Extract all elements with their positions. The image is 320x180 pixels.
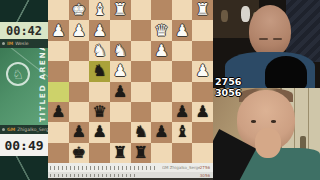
board-square[interactable] [172, 82, 193, 102]
white-pawn: ♟ [113, 63, 127, 79]
black-player-title: GM [7, 127, 15, 132]
board-square[interactable]: ♜ [110, 0, 131, 20]
tournament-title: TITLED ARENA [38, 52, 47, 122]
board-square[interactable] [48, 61, 69, 81]
board-square[interactable] [131, 20, 152, 40]
white-pawn: ♟ [92, 23, 106, 39]
board-square[interactable] [172, 61, 193, 81]
stream-frame: 00:42 IM Wesle ♘ TITLED ARENA GM Zhigalk… [0, 0, 320, 180]
black-rook: ♜ [134, 145, 148, 161]
board-square[interactable]: ♟ [151, 41, 172, 61]
board-square[interactable] [69, 61, 90, 81]
board-square[interactable] [48, 143, 69, 163]
board-square[interactable]: ♟ [192, 61, 213, 81]
board-square[interactable]: ♟ [89, 20, 110, 40]
result-ticks [50, 166, 158, 170]
shelf-figurine [221, 10, 228, 22]
black-pawn: ♟ [92, 124, 106, 140]
black-player-strip: GM Zhigalko_Serge [0, 125, 48, 134]
board-square[interactable]: ♟ [69, 122, 90, 142]
board-square[interactable]: ♟ [192, 102, 213, 122]
board-square[interactable]: ♜ [192, 0, 213, 20]
bottom-webcam [213, 88, 320, 180]
white-knight: ♞ [92, 43, 106, 59]
board-square[interactable]: ♟ [48, 20, 69, 40]
black-pawn: ♟ [154, 124, 168, 140]
board-square[interactable]: ♜ [131, 143, 152, 163]
status-dot-icon [2, 128, 5, 131]
board-square[interactable] [69, 102, 90, 122]
white-pawn: ♟ [196, 63, 210, 79]
board-square[interactable] [192, 82, 213, 102]
tournament-panel: 00:42 IM Wesle ♘ TITLED ARENA GM Zhigalk… [0, 0, 48, 180]
board-square[interactable]: ♛ [151, 20, 172, 40]
board-square[interactable] [192, 122, 213, 142]
black-pawn: ♟ [113, 84, 127, 100]
streamer-hand [255, 128, 281, 158]
black-king: ♚ [72, 145, 86, 161]
webcam-column: 2756 3056 [213, 0, 320, 180]
score-row-label: GM Zhigalko_Sergei [162, 165, 200, 170]
score-strip: GM Zhigalko_Sergei 2756 3056 [48, 163, 213, 180]
board-square[interactable] [151, 0, 172, 20]
board-square[interactable]: ♟ [110, 82, 131, 102]
board-square[interactable]: ♟ [69, 20, 90, 40]
white-pawn: ♟ [51, 23, 65, 39]
board-square[interactable] [131, 41, 152, 61]
white-bishop: ♝ [92, 2, 106, 18]
board-square[interactable] [110, 122, 131, 142]
board-square[interactable] [192, 41, 213, 61]
panel-decoration-bottom [0, 156, 48, 180]
black-pawn: ♟ [175, 104, 189, 120]
score-row: 3056 [48, 172, 213, 178]
black-bishop: ♝ [175, 124, 189, 140]
board-square[interactable] [69, 82, 90, 102]
eye [251, 120, 256, 123]
score-row-value: 3056 [200, 173, 210, 178]
board-square[interactable]: ♟ [172, 20, 193, 40]
board-square[interactable] [89, 143, 110, 163]
white-pawn: ♟ [175, 23, 189, 39]
score-row-value: 2756 [200, 165, 210, 170]
board-square[interactable] [110, 102, 131, 122]
board-square[interactable]: ♝ [89, 0, 110, 20]
eye [271, 120, 276, 123]
panel-decoration-top [0, 0, 48, 22]
board-square[interactable] [131, 61, 152, 81]
board-square[interactable] [89, 82, 110, 102]
black-player-name: Zhigalko_Serge [17, 127, 48, 132]
white-player-name: Wesle [15, 41, 28, 46]
white-knight: ♞ [113, 43, 127, 59]
eyebrow [273, 38, 282, 40]
board-square[interactable] [131, 0, 152, 20]
white-pawn: ♟ [72, 23, 86, 39]
board-square[interactable] [172, 41, 193, 61]
knight-logo-icon: ♘ [6, 62, 30, 86]
eyebrow [259, 38, 268, 40]
white-player-title: IM [7, 41, 13, 46]
board-square[interactable] [151, 102, 172, 122]
white-rook: ♜ [196, 2, 210, 18]
black-clock: 00:49 [0, 134, 48, 156]
board-square[interactable]: ♟ [172, 102, 193, 122]
board-square[interactable]: ♞ [89, 41, 110, 61]
board-square[interactable]: ♝ [172, 122, 193, 142]
board-square[interactable]: ♟ [48, 102, 69, 122]
black-pawn: ♟ [51, 104, 65, 120]
board-square[interactable]: ♜ [110, 143, 131, 163]
black-rook: ♜ [113, 145, 127, 161]
board-square[interactable] [172, 143, 193, 163]
board-square[interactable]: ♚ [69, 0, 90, 20]
white-pawn: ♟ [154, 43, 168, 59]
board-square[interactable] [69, 41, 90, 61]
board-square[interactable]: ♚ [69, 143, 90, 163]
board-square[interactable] [151, 82, 172, 102]
black-queen: ♛ [92, 104, 106, 120]
streamer-head [249, 5, 291, 57]
board-square[interactable] [131, 102, 152, 122]
rating-top: 2756 [215, 77, 241, 87]
rating-bottom: 3056 [215, 88, 241, 98]
board-square[interactable] [151, 143, 172, 163]
board-square[interactable]: ♞ [110, 41, 131, 61]
board-square[interactable] [48, 41, 69, 61]
chess-board[interactable]: ♚♝♜♜♟♟♟♛♟♞♞♟♞♟♟♟♟♛♟♟♟♟♞♟♝♚♜♜ [48, 0, 213, 163]
board-square[interactable] [48, 0, 69, 20]
board-square[interactable]: ♟ [89, 122, 110, 142]
white-player-strip: IM Wesle [0, 39, 48, 48]
black-knight: ♞ [134, 124, 148, 140]
board-square[interactable] [192, 20, 213, 40]
score-row: GM Zhigalko_Sergei 2756 [48, 163, 213, 172]
board-square[interactable] [131, 82, 152, 102]
board-square[interactable] [172, 0, 193, 20]
black-pawn: ♟ [196, 104, 210, 120]
black-knight: ♞ [92, 63, 106, 79]
shelf-figurine [241, 6, 250, 22]
board-square[interactable]: ♟ [110, 61, 131, 81]
result-ticks [50, 174, 138, 177]
white-rook: ♜ [113, 2, 127, 18]
board-square[interactable]: ♞ [89, 61, 110, 81]
white-queen: ♛ [154, 23, 168, 39]
board-square[interactable] [48, 122, 69, 142]
white-king: ♚ [72, 2, 86, 18]
board-square[interactable]: ♞ [131, 122, 152, 142]
black-pawn: ♟ [72, 124, 86, 140]
board-square[interactable] [192, 143, 213, 163]
board-square[interactable] [48, 82, 69, 102]
microphone [265, 56, 307, 88]
board-square[interactable]: ♟ [151, 122, 172, 142]
status-dot-icon [2, 42, 5, 45]
arena-banner: ♘ TITLED ARENA [0, 48, 48, 125]
board-square[interactable] [151, 61, 172, 81]
white-clock: 00:42 [0, 22, 48, 39]
top-webcam [213, 0, 320, 88]
board-square[interactable] [110, 20, 131, 40]
board-square[interactable]: ♛ [89, 102, 110, 122]
